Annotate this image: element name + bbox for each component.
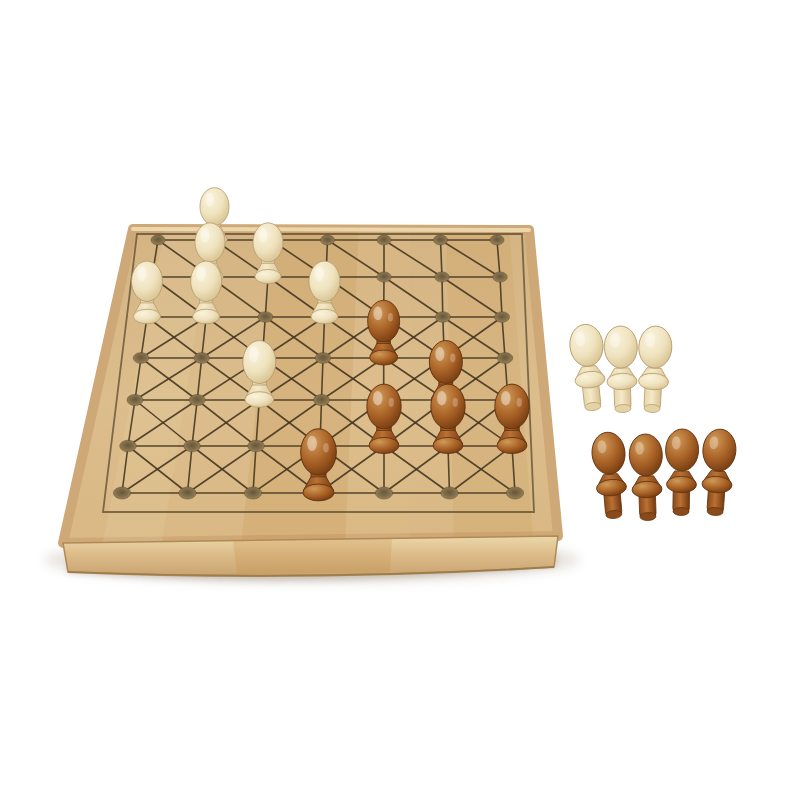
hole-r6c2[interactable]	[184, 440, 201, 452]
hole-r7c6[interactable]	[441, 487, 458, 499]
reserve-dark-peg-2[interactable]	[629, 433, 665, 521]
board-scene	[44, 188, 737, 582]
hole-r7c5[interactable]	[375, 487, 392, 499]
dark-peg-r6c7[interactable]	[495, 384, 529, 453]
hole-r6c1[interactable]	[120, 440, 137, 452]
hole-r2c6[interactable]	[435, 272, 450, 282]
hole-r1c6[interactable]	[433, 235, 447, 245]
hole-r6c3[interactable]	[248, 440, 265, 452]
hole-r3c6[interactable]	[435, 312, 450, 323]
dark-peg-r4c5[interactable]	[368, 300, 400, 365]
hole-r4c1[interactable]	[133, 353, 149, 364]
hole-r7c1[interactable]	[113, 487, 130, 499]
hole-r4c4[interactable]	[315, 353, 331, 364]
light-peg-r3c1[interactable]	[131, 261, 162, 324]
light-peg-r3c4[interactable]	[309, 261, 340, 324]
light-peg-r5c3[interactable]	[243, 341, 276, 408]
reserve-dark-peg-4[interactable]	[698, 428, 737, 517]
dark-peg-r7c4[interactable]	[301, 429, 337, 501]
reserve-light-peg-2[interactable]	[604, 325, 640, 413]
hole-r2c5[interactable]	[377, 272, 392, 282]
reserve-light-peg-1[interactable]	[568, 323, 610, 412]
bevel-caramel-strip	[233, 538, 392, 574]
hole-r4c2[interactable]	[194, 353, 210, 364]
hole-r7c3[interactable]	[244, 487, 261, 499]
dark-peg-r6c5[interactable]	[367, 384, 401, 453]
hole-r1c1[interactable]	[151, 235, 165, 245]
board-top-rim	[133, 229, 529, 230]
hole-r5c4[interactable]	[314, 394, 330, 405]
hole-r4c7[interactable]	[497, 353, 513, 364]
hole-r3c7[interactable]	[494, 312, 509, 323]
hole-r1c7[interactable]	[490, 235, 504, 245]
hole-r3c3[interactable]	[258, 312, 273, 323]
light-peg-r3c2[interactable]	[191, 261, 222, 324]
hole-r1c4[interactable]	[320, 235, 334, 245]
light-peg-r2c3[interactable]	[253, 223, 283, 284]
board-game-product-photo	[0, 0, 800, 800]
hole-r2c7[interactable]	[493, 272, 508, 282]
hole-r1c5[interactable]	[377, 235, 391, 245]
scene-canvas	[0, 0, 800, 800]
hole-r7c7[interactable]	[506, 487, 523, 499]
reserve-dark-peg-1[interactable]	[590, 431, 630, 520]
hole-r5c1[interactable]	[127, 394, 143, 405]
hole-r5c2[interactable]	[189, 394, 205, 405]
hole-r7c2[interactable]	[179, 487, 196, 499]
dark-peg-r6c6[interactable]	[431, 384, 465, 453]
reserve-dark-peg-3[interactable]	[664, 429, 699, 516]
reserve-light-peg-3[interactable]	[635, 325, 672, 413]
